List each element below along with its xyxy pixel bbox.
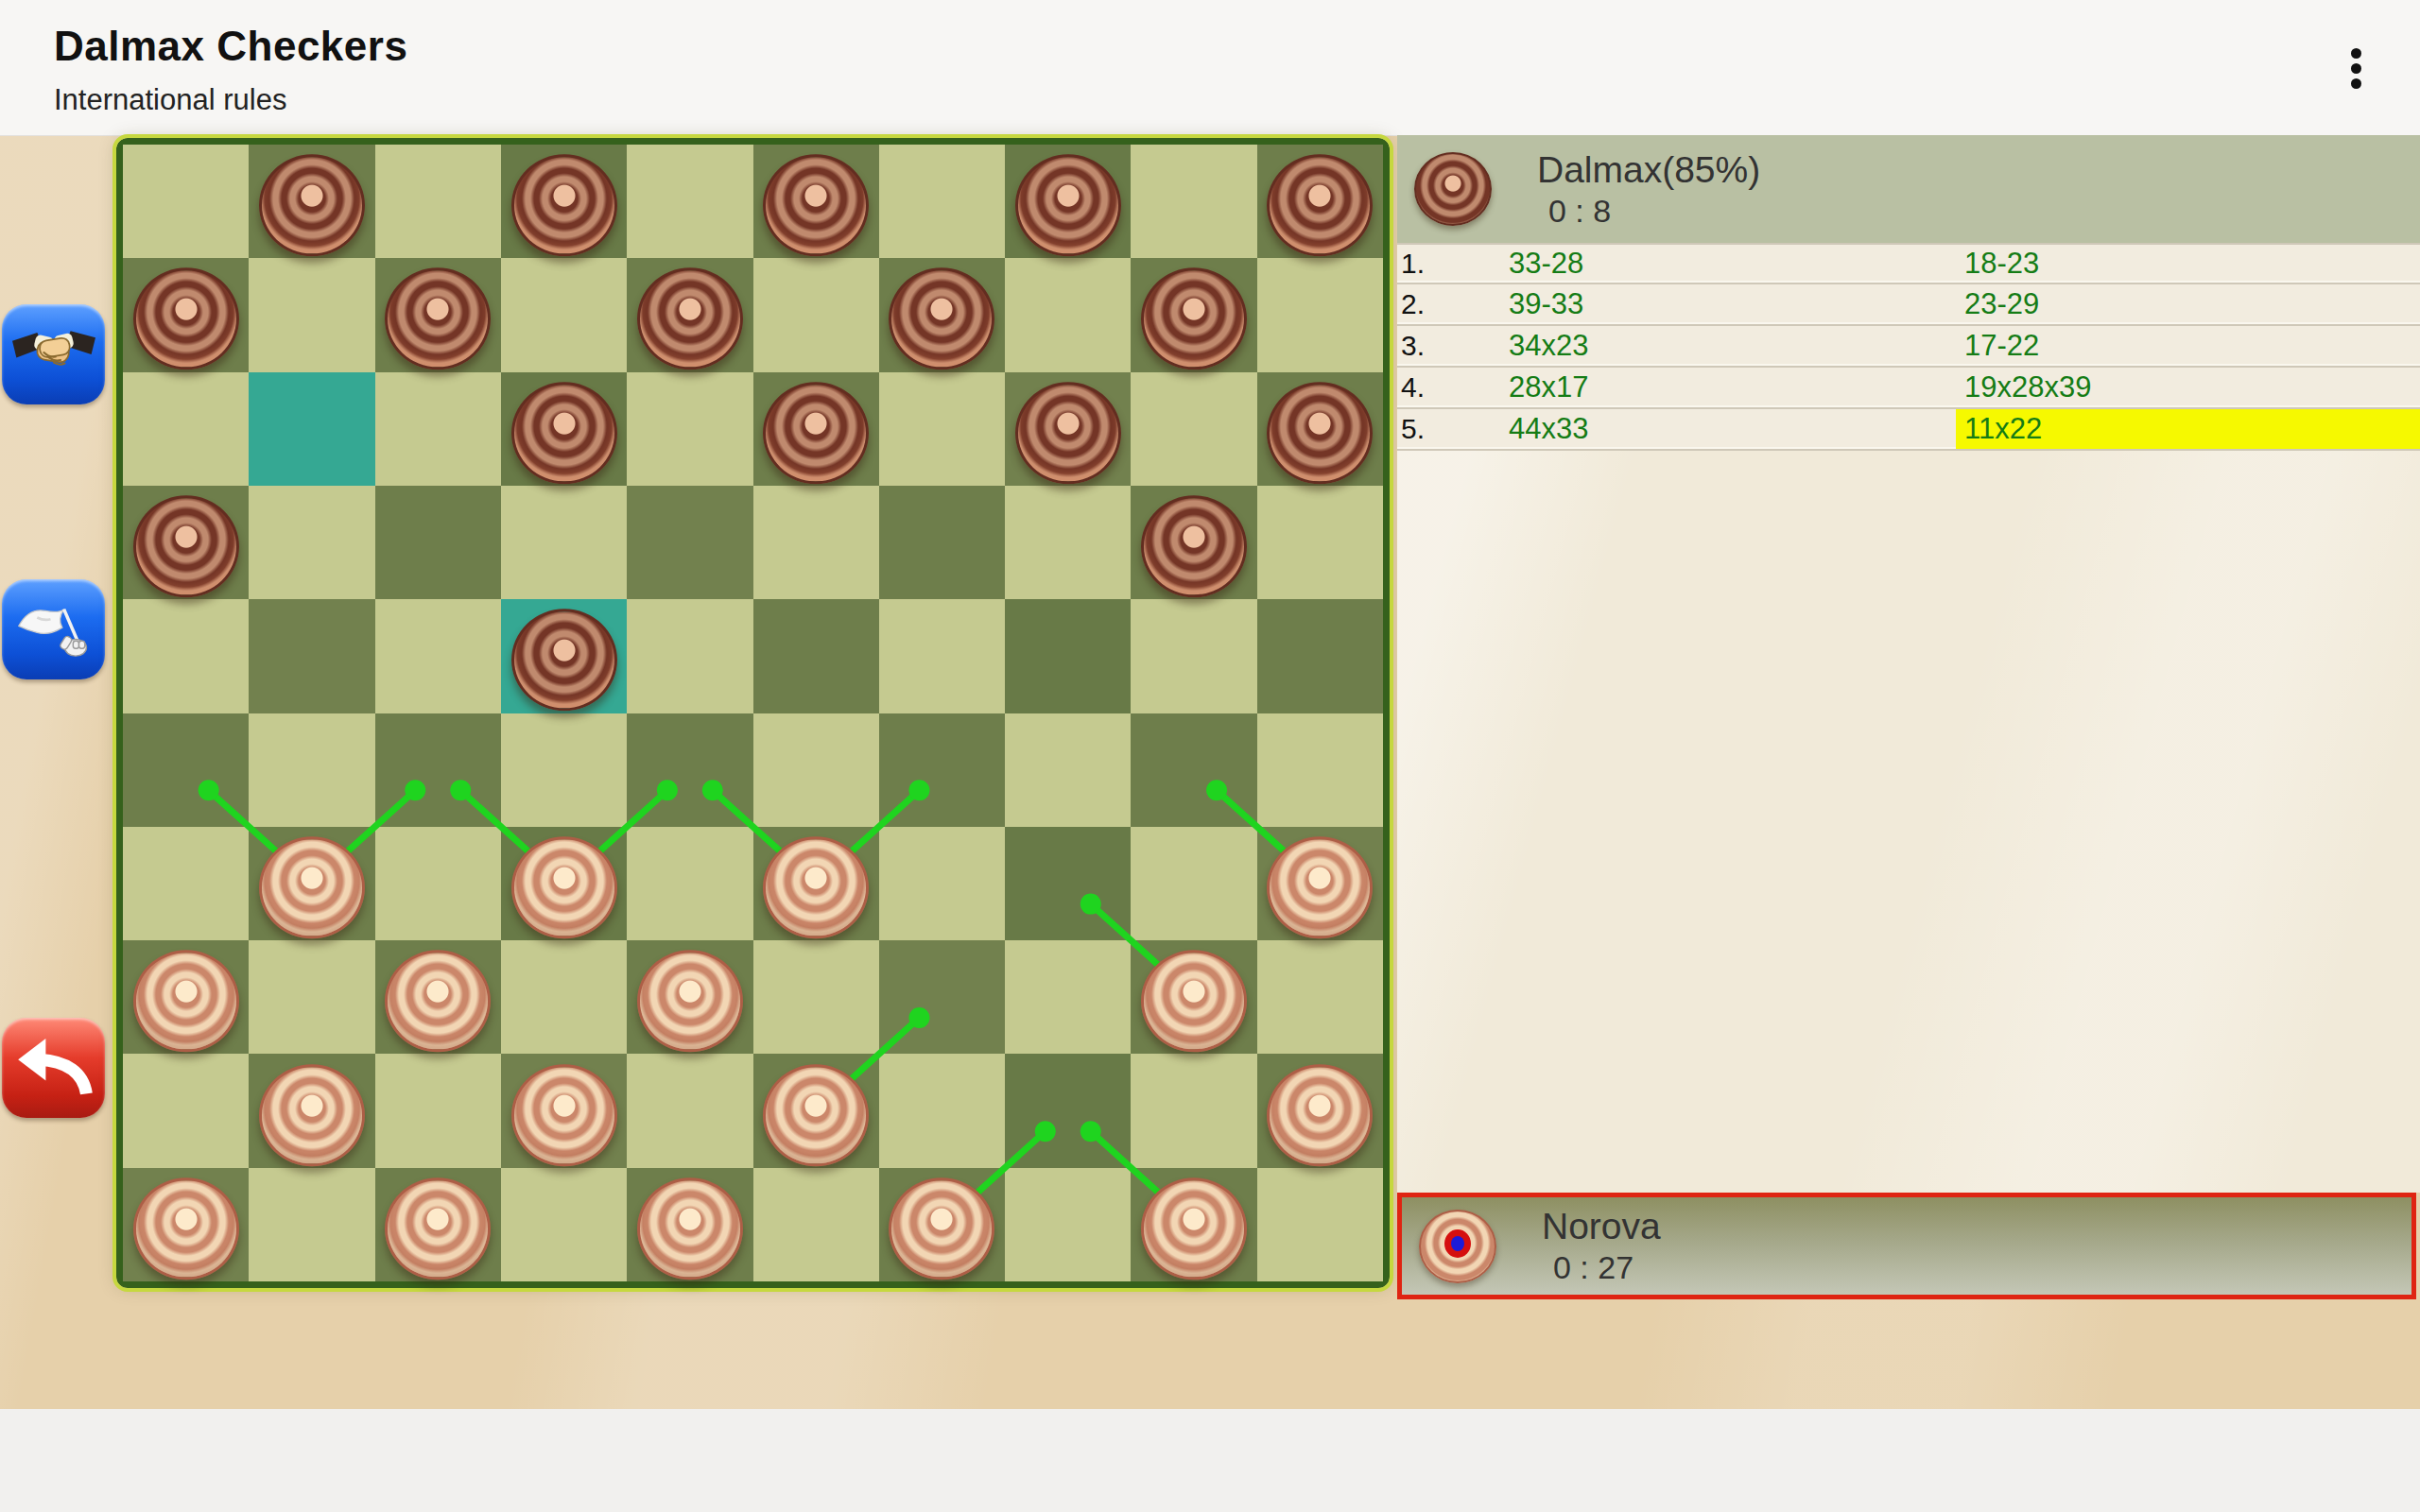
move-row[interactable]: 1.33-2818-23 (1397, 243, 2420, 284)
light-piece[interactable] (259, 1064, 365, 1166)
dark-piece[interactable] (511, 610, 617, 712)
player-top-name: Dalmax(85%) (1537, 149, 1760, 191)
dark-piece[interactable] (259, 154, 365, 256)
light-piece[interactable] (763, 1064, 869, 1166)
dark-piece[interactable] (1015, 382, 1121, 484)
board-cell[interactable] (123, 145, 249, 258)
board-cell[interactable] (879, 599, 1005, 713)
black-move[interactable]: 23-29 (1956, 284, 2420, 324)
white-move[interactable]: 34x23 (1509, 329, 1588, 363)
app-screen: Dalmax Checkers International rules (0, 0, 2420, 1512)
board-cell[interactable] (249, 372, 374, 486)
board-cell[interactable] (123, 827, 249, 940)
board-cell[interactable] (123, 713, 249, 827)
offer-draw-button[interactable] (2, 304, 105, 404)
board-cell[interactable] (249, 599, 374, 713)
light-piece[interactable] (511, 836, 617, 938)
board-cell[interactable] (375, 827, 501, 940)
board-cell[interactable] (249, 258, 374, 371)
dark-piece[interactable] (511, 382, 617, 484)
dark-piece[interactable] (133, 495, 239, 597)
player-top-clock: 0 : 8 (1548, 193, 1760, 230)
android-nav-bar (0, 1409, 2420, 1512)
resign-button[interactable] (2, 579, 105, 679)
kebab-menu-icon[interactable] (2335, 38, 2377, 98)
board-cell[interactable] (1005, 1054, 1131, 1167)
board-cell[interactable] (879, 372, 1005, 486)
player-bottom-name: Norova (1542, 1206, 1661, 1247)
draughts-board (116, 138, 1390, 1288)
move-number: 2. (1401, 288, 1477, 320)
board-cell[interactable] (501, 258, 627, 371)
light-piece[interactable] (763, 836, 869, 938)
player-bottom-clock: 0 : 27 (1553, 1249, 1661, 1286)
dark-piece[interactable] (1267, 154, 1373, 256)
dark-piece[interactable] (1015, 154, 1121, 256)
board-cell[interactable] (123, 372, 249, 486)
board-cell[interactable] (501, 1168, 627, 1281)
board-cell[interactable] (879, 940, 1005, 1054)
dark-piece-icon (1414, 152, 1492, 226)
board-cell[interactable] (879, 1054, 1005, 1167)
dark-piece[interactable] (763, 382, 869, 484)
board-cell[interactable] (1257, 599, 1383, 713)
board-cell[interactable] (1131, 713, 1256, 827)
board-cell[interactable] (1131, 145, 1256, 258)
board-cell[interactable] (1131, 372, 1256, 486)
light-piece[interactable] (637, 951, 743, 1053)
board-cell[interactable] (753, 713, 879, 827)
board-cell[interactable] (249, 1168, 374, 1281)
board-cell[interactable] (1005, 827, 1131, 940)
move-row[interactable]: 5.44x3311x22 (1397, 409, 2420, 451)
player-card-top: Dalmax(85%) 0 : 8 (1397, 135, 2420, 243)
board-cell[interactable] (1005, 1168, 1131, 1281)
board-cell[interactable] (1257, 713, 1383, 827)
board-cell[interactable] (879, 145, 1005, 258)
undo-button[interactable] (2, 1018, 105, 1118)
light-piece[interactable] (1141, 951, 1247, 1053)
board-cell[interactable] (1005, 599, 1131, 713)
move-number: 4. (1401, 371, 1477, 404)
dark-piece[interactable] (1141, 495, 1247, 597)
board-cell[interactable] (627, 1054, 752, 1167)
white-move[interactable]: 33-28 (1509, 247, 1583, 281)
board-cell[interactable] (627, 145, 752, 258)
app-subtitle: International rules (54, 83, 286, 117)
board-cell[interactable] (1005, 258, 1131, 371)
light-piece[interactable] (1141, 1177, 1247, 1280)
board-cell[interactable] (123, 1054, 249, 1167)
light-piece[interactable] (385, 1177, 491, 1280)
board-cell[interactable] (753, 1168, 879, 1281)
board-cell[interactable] (375, 372, 501, 486)
board-cell[interactable] (1257, 258, 1383, 371)
board-cell[interactable] (753, 258, 879, 371)
board-cell[interactable] (249, 486, 374, 599)
white-move[interactable]: 39-33 (1509, 287, 1583, 321)
dark-piece[interactable] (637, 268, 743, 370)
handshake-icon (12, 324, 95, 386)
move-row[interactable]: 2.39-3323-29 (1397, 284, 2420, 326)
board-cell[interactable] (627, 713, 752, 827)
dark-piece[interactable] (763, 154, 869, 256)
board-cell[interactable] (375, 1054, 501, 1167)
board-cell[interactable] (249, 940, 374, 1054)
black-move[interactable]: 11x22 (1956, 409, 2420, 449)
title-bar: Dalmax Checkers International rules (0, 0, 2420, 136)
board-cell[interactable] (501, 940, 627, 1054)
move-number: 3. (1401, 330, 1477, 362)
board-cell[interactable] (249, 713, 374, 827)
move-row[interactable]: 3.34x2317-22 (1397, 326, 2420, 368)
board-cell[interactable] (627, 827, 752, 940)
board-cell[interactable] (879, 486, 1005, 599)
light-piece[interactable] (1267, 836, 1373, 938)
board-cell[interactable] (753, 486, 879, 599)
board-cell[interactable] (1005, 713, 1131, 827)
board-cell[interactable] (501, 486, 627, 599)
app-title: Dalmax Checkers (54, 23, 407, 70)
board-cell[interactable] (1005, 940, 1131, 1054)
board-cell[interactable] (627, 486, 752, 599)
board-cell[interactable] (1005, 486, 1131, 599)
board-cell[interactable] (501, 713, 627, 827)
black-move[interactable]: 18-23 (1956, 245, 2420, 283)
undo-arrow-icon (13, 1037, 95, 1100)
board-cell[interactable] (1131, 827, 1256, 940)
light-piece[interactable] (133, 1177, 239, 1280)
dark-piece[interactable] (1267, 382, 1373, 484)
board-cell[interactable] (123, 599, 249, 713)
dark-piece[interactable] (1141, 268, 1247, 370)
board-cell[interactable] (375, 599, 501, 713)
move-row[interactable]: 4.28x1719x28x39 (1397, 368, 2420, 409)
board-cell[interactable] (1257, 940, 1383, 1054)
board-cell[interactable] (627, 599, 752, 713)
board-cell[interactable] (375, 145, 501, 258)
board-cell[interactable] (1257, 1168, 1383, 1281)
light-piece[interactable] (889, 1177, 994, 1280)
black-move[interactable]: 19x28x39 (1956, 368, 2420, 407)
dark-piece[interactable] (511, 154, 617, 256)
light-piece[interactable] (637, 1177, 743, 1280)
board-cell[interactable] (1257, 486, 1383, 599)
light-piece[interactable] (1267, 1064, 1373, 1166)
white-move[interactable]: 28x17 (1509, 370, 1588, 404)
turn-indicator (1444, 1229, 1471, 1258)
board-cell[interactable] (879, 827, 1005, 940)
board-cell[interactable] (1131, 599, 1256, 713)
board-cell[interactable] (879, 713, 1005, 827)
white-move[interactable]: 44x33 (1509, 412, 1588, 446)
move-list: 1.33-2818-232.39-3323-293.34x2317-224.28… (1397, 243, 2420, 451)
light-piece[interactable] (259, 836, 365, 938)
board-cell[interactable] (375, 486, 501, 599)
light-piece-icon (1419, 1210, 1496, 1283)
black-move[interactable]: 17-22 (1956, 326, 2420, 366)
move-number: 1. (1401, 248, 1477, 280)
white-flag-icon (11, 593, 96, 667)
dark-piece[interactable] (889, 268, 994, 370)
board-cell[interactable] (753, 940, 879, 1054)
player-card-bottom: Norova 0 : 27 (1397, 1193, 2416, 1299)
light-piece[interactable] (511, 1064, 617, 1166)
board-cell[interactable] (753, 599, 879, 713)
board-cell[interactable] (627, 372, 752, 486)
move-number: 5. (1401, 413, 1477, 445)
light-piece[interactable] (385, 951, 491, 1053)
light-piece[interactable] (133, 951, 239, 1053)
board-cell[interactable] (375, 713, 501, 827)
board-cell[interactable] (1131, 1054, 1256, 1167)
dark-piece[interactable] (133, 268, 239, 370)
dark-piece[interactable] (385, 268, 491, 370)
